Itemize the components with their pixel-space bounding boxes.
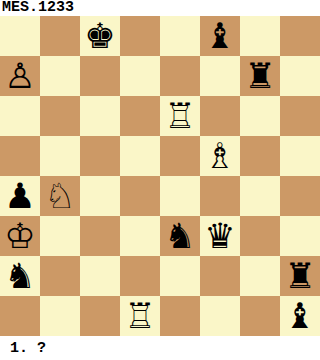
square-g7[interactable]: ♜ <box>240 56 280 96</box>
square-f6[interactable] <box>200 96 240 136</box>
square-b6[interactable] <box>40 96 80 136</box>
square-b2[interactable] <box>40 256 80 296</box>
square-h7[interactable] <box>280 56 320 96</box>
square-h8[interactable] <box>280 16 320 56</box>
square-h2[interactable]: ♜ <box>280 256 320 296</box>
square-d1[interactable]: ♖ <box>120 296 160 336</box>
square-g3[interactable] <box>240 216 280 256</box>
square-b5[interactable] <box>40 136 80 176</box>
square-h1[interactable]: ♝ <box>280 296 320 336</box>
square-d3[interactable] <box>120 216 160 256</box>
square-c7[interactable] <box>80 56 120 96</box>
square-e6[interactable]: ♖ <box>160 96 200 136</box>
square-a3[interactable]: ♔ <box>0 216 40 256</box>
square-f1[interactable] <box>200 296 240 336</box>
square-a4[interactable]: ♟ <box>0 176 40 216</box>
square-d2[interactable] <box>120 256 160 296</box>
square-f7[interactable] <box>200 56 240 96</box>
square-e3[interactable]: ♞ <box>160 216 200 256</box>
chess-puzzle-page: MES.1233 ♚♝♙♜♖♗♟♘♔♞♛♞♜♖♝ 1. ? <box>0 0 320 360</box>
chess-board: ♚♝♙♜♖♗♟♘♔♞♛♞♜♖♝ <box>0 16 320 336</box>
square-c4[interactable] <box>80 176 120 216</box>
square-b7[interactable] <box>40 56 80 96</box>
square-a6[interactable] <box>0 96 40 136</box>
white-rook[interactable]: ♖ <box>164 96 195 136</box>
square-h3[interactable] <box>280 216 320 256</box>
black-queen[interactable]: ♛ <box>204 216 235 256</box>
square-c1[interactable] <box>80 296 120 336</box>
square-d7[interactable] <box>120 56 160 96</box>
puzzle-title: MES.1233 <box>2 0 74 16</box>
square-c6[interactable] <box>80 96 120 136</box>
square-c2[interactable] <box>80 256 120 296</box>
white-rook[interactable]: ♖ <box>124 296 155 336</box>
square-b8[interactable] <box>40 16 80 56</box>
square-e5[interactable] <box>160 136 200 176</box>
square-g5[interactable] <box>240 136 280 176</box>
square-b1[interactable] <box>40 296 80 336</box>
square-a8[interactable] <box>0 16 40 56</box>
square-g8[interactable] <box>240 16 280 56</box>
square-g1[interactable] <box>240 296 280 336</box>
square-b4[interactable]: ♘ <box>40 176 80 216</box>
square-h6[interactable] <box>280 96 320 136</box>
square-a1[interactable] <box>0 296 40 336</box>
white-pawn[interactable]: ♙ <box>4 56 35 96</box>
square-d4[interactable] <box>120 176 160 216</box>
square-f3[interactable]: ♛ <box>200 216 240 256</box>
black-king[interactable]: ♚ <box>84 16 115 56</box>
square-b3[interactable] <box>40 216 80 256</box>
black-rook[interactable]: ♜ <box>284 256 315 296</box>
square-c3[interactable] <box>80 216 120 256</box>
white-knight[interactable]: ♘ <box>44 176 75 216</box>
square-e2[interactable] <box>160 256 200 296</box>
square-e1[interactable] <box>160 296 200 336</box>
square-f8[interactable]: ♝ <box>200 16 240 56</box>
square-c5[interactable] <box>80 136 120 176</box>
black-rook[interactable]: ♜ <box>244 56 275 96</box>
black-bishop[interactable]: ♝ <box>284 296 315 336</box>
black-knight[interactable]: ♞ <box>164 216 195 256</box>
white-king[interactable]: ♔ <box>4 216 35 256</box>
move-prompt: 1. ? <box>10 341 46 356</box>
square-c8[interactable]: ♚ <box>80 16 120 56</box>
square-a7[interactable]: ♙ <box>0 56 40 96</box>
square-e7[interactable] <box>160 56 200 96</box>
square-f5[interactable]: ♗ <box>200 136 240 176</box>
black-knight[interactable]: ♞ <box>4 256 35 296</box>
black-pawn[interactable]: ♟ <box>4 176 35 216</box>
square-h5[interactable] <box>280 136 320 176</box>
square-d8[interactable] <box>120 16 160 56</box>
square-a5[interactable] <box>0 136 40 176</box>
square-f4[interactable] <box>200 176 240 216</box>
square-f2[interactable] <box>200 256 240 296</box>
square-g2[interactable] <box>240 256 280 296</box>
square-g4[interactable] <box>240 176 280 216</box>
square-a2[interactable]: ♞ <box>0 256 40 296</box>
square-e8[interactable] <box>160 16 200 56</box>
square-d6[interactable] <box>120 96 160 136</box>
square-d5[interactable] <box>120 136 160 176</box>
square-h4[interactable] <box>280 176 320 216</box>
square-g6[interactable] <box>240 96 280 136</box>
square-e4[interactable] <box>160 176 200 216</box>
white-bishop[interactable]: ♗ <box>204 136 235 176</box>
black-bishop[interactable]: ♝ <box>204 16 235 56</box>
